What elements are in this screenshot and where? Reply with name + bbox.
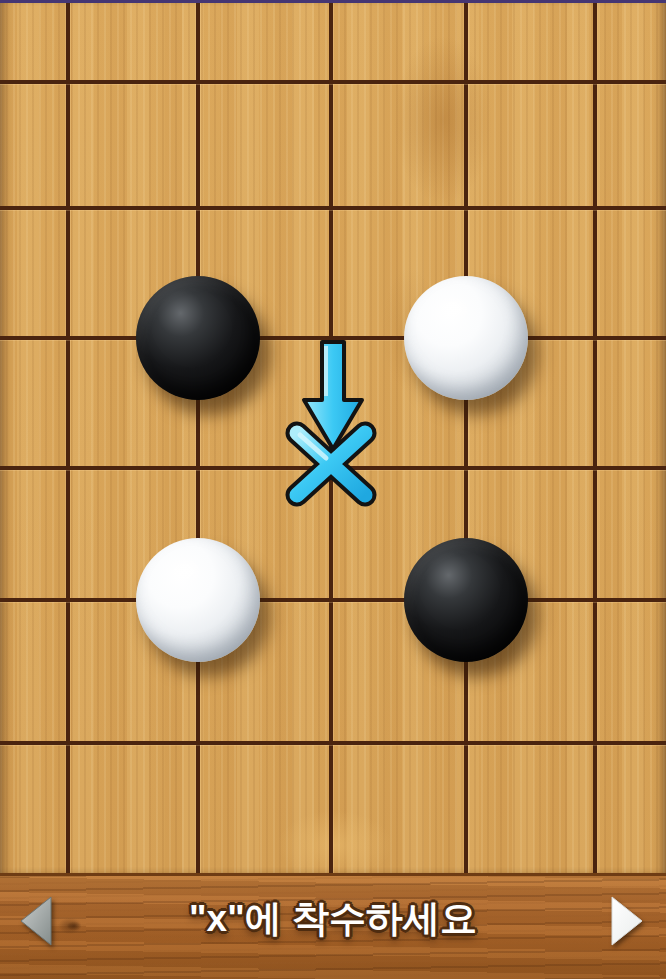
grid-line-horizontal bbox=[0, 598, 666, 602]
black-stone bbox=[136, 276, 260, 400]
grid-line-horizontal bbox=[0, 741, 666, 745]
grid-line-horizontal bbox=[0, 80, 666, 84]
go-board[interactable] bbox=[0, 0, 666, 873]
next-button-right-triangle-icon[interactable] bbox=[610, 896, 644, 946]
down-arrow-hint-icon bbox=[298, 338, 368, 454]
prev-button-left-triangle-icon[interactable] bbox=[19, 896, 53, 946]
app-screen: "x"에 착수하세요 bbox=[0, 0, 666, 979]
grid-line-horizontal bbox=[0, 206, 666, 210]
caption-text: "x"에 착수하세요 bbox=[60, 876, 606, 962]
caption-bar: "x"에 착수하세요 bbox=[0, 873, 666, 979]
black-stone bbox=[404, 538, 528, 662]
white-stone bbox=[404, 276, 528, 400]
top-accent-line bbox=[0, 0, 666, 3]
white-stone bbox=[136, 538, 260, 662]
